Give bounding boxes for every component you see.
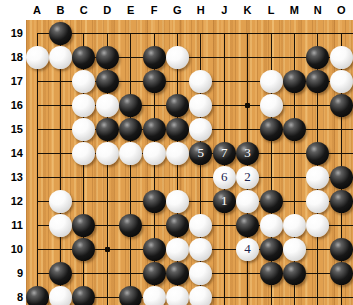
stone-J13-move-6[interactable]: 6: [213, 166, 236, 189]
stone-C10[interactable]: [72, 238, 95, 261]
stone-F9[interactable]: [143, 262, 166, 285]
stone-G18[interactable]: [166, 46, 189, 69]
grid-line: [130, 33, 131, 305]
stone-M11[interactable]: [283, 214, 306, 237]
row-label-11: 11: [0, 216, 24, 234]
stone-D14[interactable]: [96, 142, 119, 165]
col-label-A: A: [26, 0, 48, 20]
stone-L16[interactable]: [260, 94, 283, 117]
stone-G8[interactable]: [166, 286, 189, 305]
stone-C11[interactable]: [72, 214, 95, 237]
row-label-19: 19: [0, 24, 24, 42]
stone-N11[interactable]: [306, 214, 329, 237]
stone-K12[interactable]: [236, 190, 259, 213]
star-point-D10: [105, 247, 110, 252]
stone-G11[interactable]: [166, 214, 189, 237]
col-label-H: H: [190, 0, 212, 20]
stone-B19[interactable]: [49, 22, 72, 45]
stone-G10[interactable]: [166, 238, 189, 261]
stone-H14-move-5[interactable]: 5: [189, 142, 212, 165]
col-label-F: F: [143, 0, 165, 20]
stone-O18[interactable]: [330, 46, 353, 69]
stone-H11[interactable]: [189, 214, 212, 237]
stone-M17[interactable]: [283, 70, 306, 93]
stone-D17[interactable]: [96, 70, 119, 93]
row-label-17: 17: [0, 72, 24, 90]
stone-E8[interactable]: [119, 286, 142, 305]
stone-B8[interactable]: [49, 286, 72, 305]
stone-D15[interactable]: [96, 118, 119, 141]
stone-G9[interactable]: [166, 262, 189, 285]
stone-G15[interactable]: [166, 118, 189, 141]
col-label-N: N: [307, 0, 329, 20]
stone-B12[interactable]: [49, 190, 72, 213]
stone-K10-move-4[interactable]: 4: [236, 238, 259, 261]
row-label-10: 10: [0, 240, 24, 258]
col-label-K: K: [237, 0, 259, 20]
stone-C8[interactable]: [72, 286, 95, 305]
col-label-M: M: [283, 0, 305, 20]
stone-L9[interactable]: [260, 262, 283, 285]
grid-line: [37, 33, 38, 305]
stone-B18[interactable]: [49, 46, 72, 69]
stone-L17[interactable]: [260, 70, 283, 93]
row-label-13: 13: [0, 168, 24, 186]
stone-D18[interactable]: [96, 46, 119, 69]
col-label-E: E: [120, 0, 142, 20]
stone-A18[interactable]: [26, 46, 49, 69]
stone-L11[interactable]: [260, 214, 283, 237]
stone-L12[interactable]: [260, 190, 283, 213]
stone-F18[interactable]: [143, 46, 166, 69]
stone-B9[interactable]: [49, 262, 72, 285]
stone-K13-move-2[interactable]: 2: [236, 166, 259, 189]
stone-M10[interactable]: [283, 238, 306, 261]
stone-M9[interactable]: [283, 262, 306, 285]
stone-N12[interactable]: [306, 190, 329, 213]
stone-G16[interactable]: [166, 94, 189, 117]
stone-H8[interactable]: [189, 286, 212, 305]
go-board[interactable]: 5736214: [26, 20, 353, 305]
stone-K14-move-3[interactable]: 3: [236, 142, 259, 165]
stone-N14[interactable]: [306, 142, 329, 165]
col-label-G: G: [166, 0, 188, 20]
stone-O13[interactable]: [330, 166, 353, 189]
stone-C17[interactable]: [72, 70, 95, 93]
stone-O12[interactable]: [330, 190, 353, 213]
stone-F15[interactable]: [143, 118, 166, 141]
row-label-12: 12: [0, 192, 24, 210]
stone-N13[interactable]: [306, 166, 329, 189]
stone-O16[interactable]: [330, 94, 353, 117]
col-label-D: D: [96, 0, 118, 20]
stone-F12[interactable]: [143, 190, 166, 213]
stone-C18[interactable]: [72, 46, 95, 69]
grid-line: [37, 33, 353, 34]
row-label-18: 18: [0, 48, 24, 66]
stone-B11[interactable]: [49, 214, 72, 237]
stone-F14[interactable]: [143, 142, 166, 165]
stone-H16[interactable]: [189, 94, 212, 117]
stone-M15[interactable]: [283, 118, 306, 141]
stone-D16[interactable]: [96, 94, 119, 117]
stone-L10[interactable]: [260, 238, 283, 261]
stone-F10[interactable]: [143, 238, 166, 261]
row-label-8: 8: [0, 288, 24, 305]
row-label-16: 16: [0, 96, 24, 114]
stone-N18[interactable]: [306, 46, 329, 69]
stone-G14[interactable]: [166, 142, 189, 165]
stone-G12[interactable]: [166, 190, 189, 213]
stone-F8[interactable]: [143, 286, 166, 305]
stone-H9[interactable]: [189, 262, 212, 285]
stone-E14[interactable]: [119, 142, 142, 165]
col-label-B: B: [49, 0, 71, 20]
stone-C16[interactable]: [72, 94, 95, 117]
stone-O9[interactable]: [330, 262, 353, 285]
go-board-screenshot: 5736214 ABCDEFGHJKLMNO191817161514131211…: [0, 0, 353, 305]
col-label-C: C: [73, 0, 95, 20]
col-label-J: J: [213, 0, 235, 20]
stone-H10[interactable]: [189, 238, 212, 261]
star-point-K16: [245, 103, 250, 108]
row-label-14: 14: [0, 144, 24, 162]
stone-E11[interactable]: [119, 214, 142, 237]
stone-H15[interactable]: [189, 118, 212, 141]
col-label-L: L: [260, 0, 282, 20]
stone-C14[interactable]: [72, 142, 95, 165]
row-label-9: 9: [0, 264, 24, 282]
stone-E16[interactable]: [119, 94, 142, 117]
stone-F17[interactable]: [143, 70, 166, 93]
stone-O10[interactable]: [330, 238, 353, 261]
col-label-O: O: [330, 0, 352, 20]
stone-N17[interactable]: [306, 70, 329, 93]
stone-L15[interactable]: [260, 118, 283, 141]
stone-C15[interactable]: [72, 118, 95, 141]
stone-O17[interactable]: [330, 70, 353, 93]
row-label-15: 15: [0, 120, 24, 138]
stone-H17[interactable]: [189, 70, 212, 93]
stone-E15[interactable]: [119, 118, 142, 141]
stone-A8[interactable]: [26, 286, 49, 305]
stone-J12-move-1[interactable]: 1: [213, 190, 236, 213]
stone-J14-move-7[interactable]: 7: [213, 142, 236, 165]
stone-K11[interactable]: [236, 214, 259, 237]
